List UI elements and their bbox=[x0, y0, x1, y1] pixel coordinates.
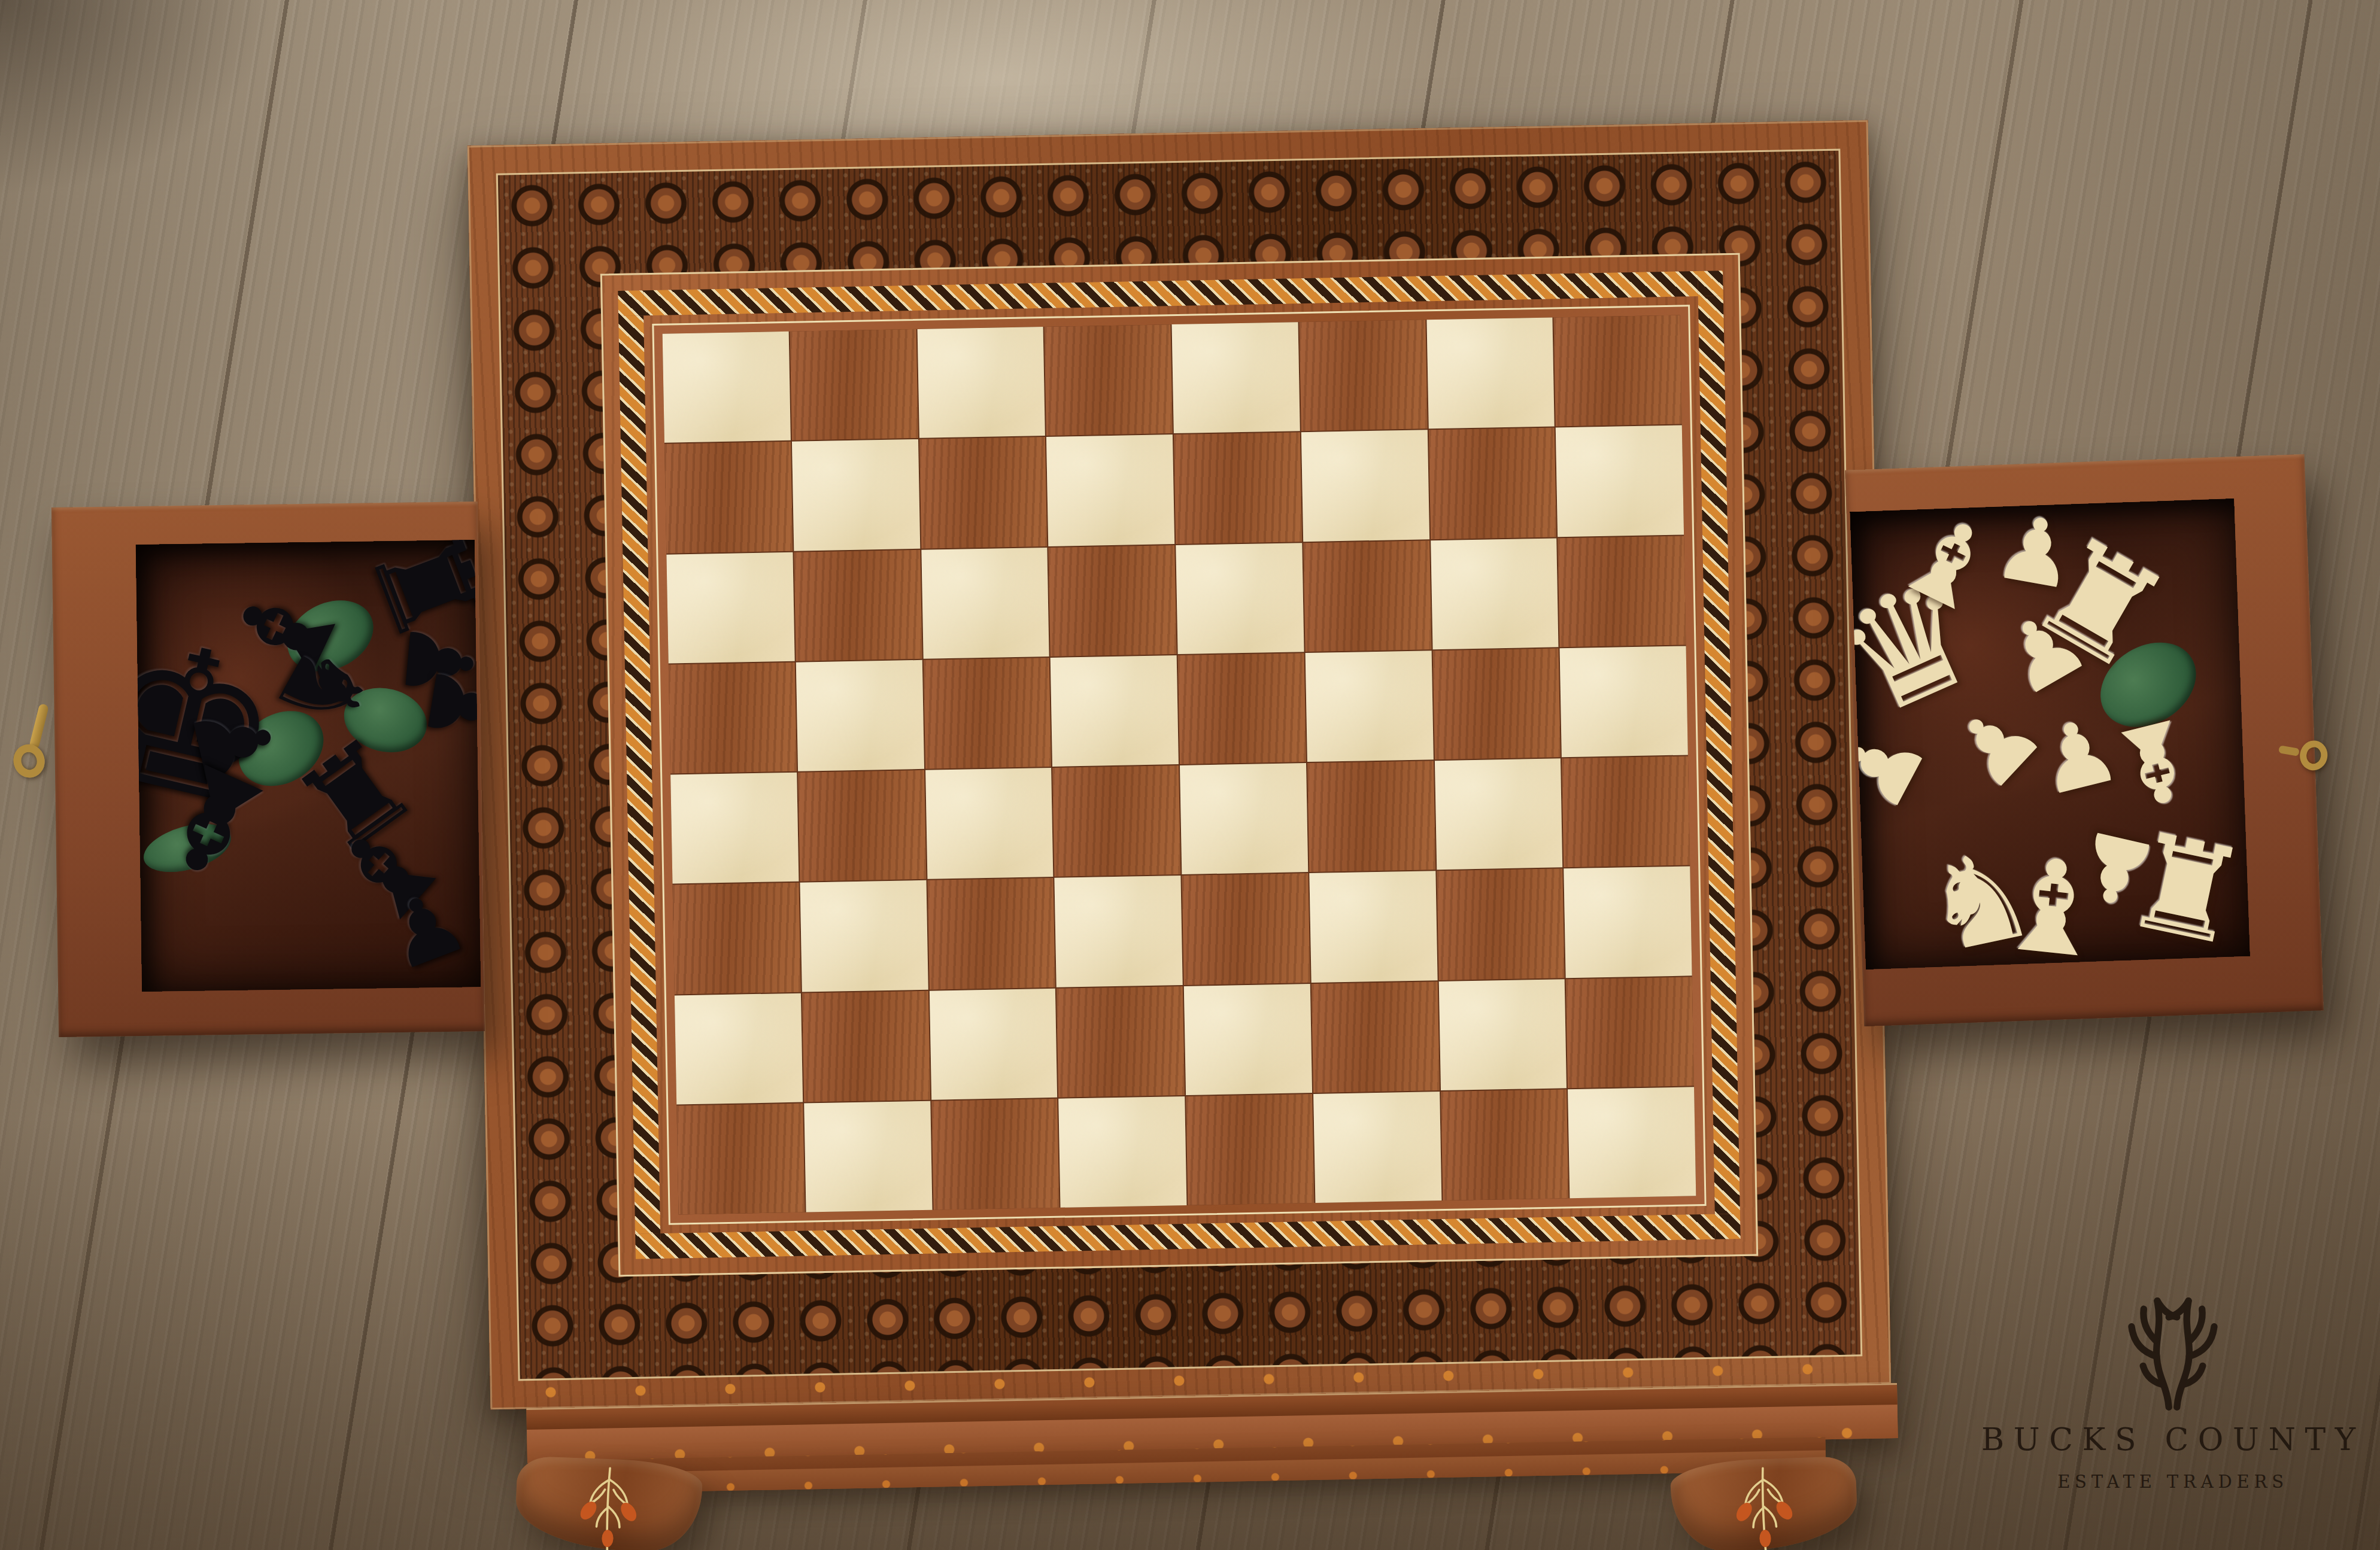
square-g7[interactable] bbox=[1428, 428, 1556, 539]
chess-piece-black-pawn[interactable]: ♟ bbox=[412, 658, 481, 752]
square-f7[interactable] bbox=[1301, 430, 1429, 542]
floor: ♚♝♞♜♟♟♝♜♝♟♟ ♛♜♟♝♟♟♟♝♞♝♟♜♟ bbox=[0, 0, 2380, 1550]
square-e6[interactable] bbox=[1176, 543, 1304, 654]
square-a3[interactable] bbox=[673, 883, 801, 994]
square-b5[interactable] bbox=[796, 660, 924, 771]
square-h6[interactable] bbox=[1558, 536, 1686, 647]
square-d2[interactable] bbox=[1057, 986, 1185, 1097]
square-a2[interactable] bbox=[675, 993, 803, 1104]
drawer-pull[interactable] bbox=[2270, 727, 2335, 783]
square-e5[interactable] bbox=[1178, 653, 1306, 764]
square-a4[interactable] bbox=[670, 773, 799, 884]
table-leg-left bbox=[514, 1456, 703, 1550]
square-h7[interactable] bbox=[1556, 426, 1684, 537]
square-e2[interactable] bbox=[1184, 984, 1312, 1095]
square-e1[interactable] bbox=[1186, 1094, 1314, 1205]
square-b7[interactable] bbox=[792, 439, 920, 551]
square-c6[interactable] bbox=[921, 547, 1049, 658]
square-f2[interactable] bbox=[1311, 981, 1439, 1093]
square-f6[interactable] bbox=[1303, 540, 1431, 652]
chess-piece-black-pawn[interactable]: ♟ bbox=[374, 875, 478, 984]
square-b2[interactable] bbox=[802, 990, 930, 1102]
square-a6[interactable] bbox=[666, 552, 794, 663]
square-d6[interactable] bbox=[1049, 545, 1177, 657]
left-drawer-tray: ♚♝♞♜♟♟♝♜♝♟♟ bbox=[136, 540, 481, 992]
square-e8[interactable] bbox=[1172, 322, 1300, 433]
square-d7[interactable] bbox=[1046, 434, 1174, 546]
square-b8[interactable] bbox=[790, 329, 918, 440]
square-a1[interactable] bbox=[676, 1103, 805, 1214]
square-f8[interactable] bbox=[1299, 320, 1427, 431]
square-h8[interactable] bbox=[1554, 315, 1682, 427]
square-g8[interactable] bbox=[1426, 317, 1555, 428]
square-b3[interactable] bbox=[800, 880, 928, 992]
square-e4[interactable] bbox=[1180, 763, 1308, 874]
board-frame bbox=[652, 305, 1706, 1225]
right-drawer-tray: ♛♜♟♝♟♟♟♝♞♝♟♜♟ bbox=[1850, 499, 2250, 969]
square-b1[interactable] bbox=[804, 1101, 932, 1212]
square-e3[interactable] bbox=[1182, 873, 1310, 984]
square-d8[interactable] bbox=[1045, 324, 1173, 436]
leg-inlay-flourish bbox=[571, 1463, 646, 1550]
chessboard bbox=[663, 315, 1696, 1215]
chess-table-top bbox=[467, 120, 1891, 1410]
square-f3[interactable] bbox=[1309, 871, 1437, 982]
square-f1[interactable] bbox=[1313, 1092, 1441, 1203]
square-c3[interactable] bbox=[927, 878, 1055, 989]
square-g4[interactable] bbox=[1434, 758, 1562, 870]
leg-inlay-flourish bbox=[1727, 1463, 1802, 1550]
square-g2[interactable] bbox=[1438, 979, 1567, 1090]
square-f5[interactable] bbox=[1305, 651, 1433, 762]
square-c5[interactable] bbox=[923, 658, 1051, 769]
square-g5[interactable] bbox=[1432, 648, 1561, 759]
watermark-title: BUCKS COUNTY bbox=[1981, 1421, 2364, 1457]
left-drawer[interactable]: ♚♝♞♜♟♟♝♜♝♟♟ bbox=[51, 502, 485, 1037]
square-a8[interactable] bbox=[663, 332, 791, 443]
square-g3[interactable] bbox=[1437, 869, 1565, 980]
square-e7[interactable] bbox=[1174, 432, 1302, 543]
square-h5[interactable] bbox=[1560, 646, 1688, 757]
square-d3[interactable] bbox=[1055, 876, 1183, 987]
square-a7[interactable] bbox=[664, 442, 793, 553]
square-c8[interactable] bbox=[917, 327, 1045, 438]
square-g1[interactable] bbox=[1441, 1089, 1569, 1201]
square-h1[interactable] bbox=[1568, 1087, 1696, 1198]
watermark-subtitle: ESTATE TRADERS bbox=[1981, 1472, 2364, 1492]
watermark: BUCKS COUNTY ESTATE TRADERS bbox=[1981, 1282, 2364, 1492]
square-h4[interactable] bbox=[1562, 756, 1690, 867]
square-c2[interactable] bbox=[929, 988, 1057, 1099]
square-b4[interactable] bbox=[798, 770, 926, 882]
square-d4[interactable] bbox=[1052, 765, 1180, 877]
square-c1[interactable] bbox=[931, 1099, 1060, 1210]
square-c4[interactable] bbox=[925, 768, 1054, 879]
square-g6[interactable] bbox=[1431, 538, 1559, 649]
square-d1[interactable] bbox=[1058, 1096, 1186, 1208]
square-c7[interactable] bbox=[919, 437, 1047, 548]
table-leg-right bbox=[1669, 1456, 1858, 1550]
square-f4[interactable] bbox=[1307, 761, 1435, 872]
square-a5[interactable] bbox=[669, 662, 797, 773]
square-h3[interactable] bbox=[1564, 867, 1692, 978]
right-drawer[interactable]: ♛♜♟♝♟♟♟♝♞♝♟♜♟ bbox=[1845, 454, 2324, 1026]
square-d5[interactable] bbox=[1051, 655, 1179, 767]
square-b6[interactable] bbox=[794, 549, 922, 661]
antlers-icon bbox=[2098, 1282, 2248, 1411]
square-h2[interactable] bbox=[1566, 977, 1694, 1088]
